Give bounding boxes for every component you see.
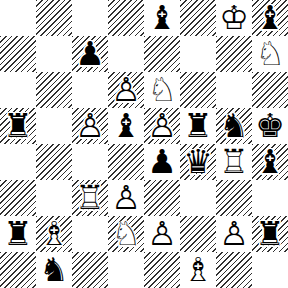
white-pawn[interactable]: ♙ [108,180,144,216]
square-a6[interactable] [0,72,36,108]
square-c6[interactable] [72,72,108,108]
square-f3[interactable] [180,180,216,216]
black-queen[interactable]: ♛ [180,144,216,180]
white-pawn[interactable]: ♙ [72,108,108,144]
square-c3[interactable]: ♜♖ [72,180,108,216]
black-pawn[interactable]: ♟ [144,144,180,180]
square-e2[interactable]: ♟♙ [144,216,180,252]
black-knight[interactable]: ♞ [36,252,72,288]
square-b2[interactable]: ♝♗ [36,216,72,252]
square-g8[interactable]: ♚♔ [216,0,252,36]
black-bishop[interactable]: ♝ [108,108,144,144]
square-h5[interactable]: ♚♚ [252,108,288,144]
white-rook[interactable]: ♖ [72,180,108,216]
square-f4[interactable]: ♛♛ [180,144,216,180]
white-knight[interactable]: ♘ [144,72,180,108]
white-bishop[interactable]: ♗ [180,252,216,288]
square-d2[interactable]: ♞♘ [108,216,144,252]
white-pawn[interactable]: ♙ [108,72,144,108]
square-d4[interactable] [108,144,144,180]
square-f7[interactable] [180,36,216,72]
square-c1[interactable] [72,252,108,288]
square-a8[interactable] [0,0,36,36]
square-d7[interactable] [108,36,144,72]
square-f6[interactable] [180,72,216,108]
square-d5[interactable]: ♝♝ [108,108,144,144]
black-knight[interactable]: ♞ [216,108,252,144]
square-c2[interactable] [72,216,108,252]
square-g5[interactable]: ♞♞ [216,108,252,144]
white-knight[interactable]: ♘ [108,216,144,252]
white-pawn[interactable]: ♙ [144,108,180,144]
black-king[interactable]: ♚ [252,108,288,144]
white-rook[interactable]: ♖ [216,144,252,180]
square-c8[interactable] [72,0,108,36]
square-e3[interactable] [144,180,180,216]
square-f2[interactable] [180,216,216,252]
square-g2[interactable]: ♟♙ [216,216,252,252]
square-g1[interactable] [216,252,252,288]
square-f8[interactable] [180,0,216,36]
white-pawn[interactable]: ♙ [144,216,180,252]
square-a4[interactable] [0,144,36,180]
square-f5[interactable]: ♜♜ [180,108,216,144]
square-b5[interactable] [36,108,72,144]
square-g3[interactable] [216,180,252,216]
square-e1[interactable] [144,252,180,288]
square-h8[interactable]: ♝♝ [252,0,288,36]
square-a3[interactable] [0,180,36,216]
square-e4[interactable]: ♟♟ [144,144,180,180]
black-bishop[interactable]: ♝ [252,144,288,180]
square-h1[interactable] [252,252,288,288]
square-h7[interactable]: ♞♘ [252,36,288,72]
square-f1[interactable]: ♝♗ [180,252,216,288]
square-e8[interactable]: ♝♝ [144,0,180,36]
square-g6[interactable] [216,72,252,108]
square-b4[interactable] [36,144,72,180]
square-a7[interactable] [0,36,36,72]
chess-board: ♝♝♚♔♝♝♟♟♞♘♟♙♞♘♜♜♟♙♝♝♟♙♜♜♞♞♚♚♟♟♛♛♜♖♝♝♜♖♟♙… [0,0,288,288]
square-b7[interactable] [36,36,72,72]
square-d1[interactable] [108,252,144,288]
black-rook[interactable]: ♜ [252,216,288,252]
black-rook[interactable]: ♜ [180,108,216,144]
white-king[interactable]: ♔ [216,0,252,36]
square-c7[interactable]: ♟♟ [72,36,108,72]
square-b1[interactable]: ♞♞ [36,252,72,288]
square-a1[interactable] [0,252,36,288]
square-c5[interactable]: ♟♙ [72,108,108,144]
black-pawn[interactable]: ♟ [72,36,108,72]
square-g4[interactable]: ♜♖ [216,144,252,180]
square-d8[interactable] [108,0,144,36]
square-e7[interactable] [144,36,180,72]
square-a5[interactable]: ♜♜ [0,108,36,144]
white-bishop[interactable]: ♗ [36,216,72,252]
square-h3[interactable] [252,180,288,216]
white-pawn[interactable]: ♙ [216,216,252,252]
square-d3[interactable]: ♟♙ [108,180,144,216]
black-rook[interactable]: ♜ [0,108,36,144]
square-d6[interactable]: ♟♙ [108,72,144,108]
square-h6[interactable] [252,72,288,108]
square-c4[interactable] [72,144,108,180]
square-b8[interactable] [36,0,72,36]
square-e5[interactable]: ♟♙ [144,108,180,144]
black-bishop[interactable]: ♝ [252,0,288,36]
black-bishop[interactable]: ♝ [144,0,180,36]
square-a2[interactable]: ♜♜ [0,216,36,252]
square-b3[interactable] [36,180,72,216]
square-h4[interactable]: ♝♝ [252,144,288,180]
black-rook[interactable]: ♜ [0,216,36,252]
square-e6[interactable]: ♞♘ [144,72,180,108]
white-knight[interactable]: ♘ [252,36,288,72]
square-h2[interactable]: ♜♜ [252,216,288,252]
square-b6[interactable] [36,72,72,108]
square-g7[interactable] [216,36,252,72]
